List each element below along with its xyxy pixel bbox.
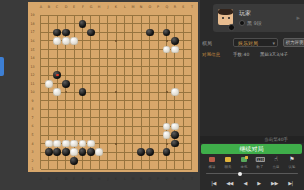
board-row-label: 1 (30, 168, 35, 171)
board-row-label: 3 (30, 150, 35, 153)
board-row-label: 18 (30, 22, 35, 25)
board-row-label: 8 (30, 108, 35, 111)
status-text: 当前第40手 (264, 137, 288, 142)
board-row-label: 4 (30, 142, 35, 145)
strength-eval-button[interactable]: 棋力评测 (283, 38, 304, 47)
game-type-dropdown[interactable]: 娱乐对局 ▾ (233, 38, 278, 47)
grid-line (149, 15, 150, 169)
board-col-label-bottom: K (114, 177, 119, 182)
stone-black-R5 (171, 131, 179, 139)
komi-info: 黑贴3又3/4子 (260, 52, 288, 57)
stone-black-O17 (146, 29, 154, 37)
board-row-label: 12 (30, 73, 35, 76)
board-col-label: C (55, 5, 60, 10)
board-col-label-bottom: F (80, 177, 85, 182)
stone-white-E16 (70, 37, 78, 45)
nav-forward[interactable]: ▶ (257, 180, 260, 186)
stone-black-O3 (146, 148, 154, 156)
slider-thumb[interactable] (238, 172, 242, 176)
board-col-label-bottom: R (173, 177, 178, 182)
toolbar-label: 棋谱 (209, 164, 216, 168)
player-detail: 黑 9段 (239, 20, 262, 26)
board-row-label: 16 (30, 39, 35, 42)
board-col-label-bottom: E (72, 177, 77, 182)
resign-icon: ⚑ (289, 156, 294, 163)
board-row-label: 15 (30, 48, 35, 51)
info-row: 对局信息 手数:40 黑贴3又3/4子 (200, 52, 304, 60)
slider-track (206, 173, 298, 174)
star-point (166, 143, 168, 145)
toolbar: 棋谱聊天变化123数子☝点目⚑认输 (200, 156, 304, 170)
nav-forward-fast[interactable]: ▶▶ (271, 180, 278, 186)
toolbar-label: 点目 (273, 164, 280, 168)
board-col-label: D (63, 5, 68, 10)
board-col-label-bottom: H (97, 177, 102, 182)
go-board[interactable]: ABCDEFGHJKLMNOPQRST 19181716151413121110… (28, 2, 198, 172)
stone-black-C17 (53, 29, 61, 37)
stone-black-Q3 (163, 148, 171, 156)
dropdown-value: 娱乐对局 (238, 40, 258, 46)
stone-black-D17 (62, 29, 70, 37)
board-row-label: 13 (30, 65, 35, 68)
stone-white-D16 (62, 37, 70, 45)
board-col-label-bottom: J (105, 177, 110, 182)
board-col-label-bottom: C (55, 177, 60, 182)
board-col-label-bottom: G (89, 177, 94, 182)
grid-line (41, 160, 192, 161)
board-col-label-bottom: O (147, 177, 152, 182)
count-icon: 123 (254, 156, 267, 163)
board-row-label: 6 (30, 125, 35, 128)
board-col-label: A (38, 5, 43, 10)
page-accent-bar[interactable] (0, 57, 4, 76)
board-col-label-bottom: N (139, 177, 144, 182)
settings-label: 棋局 (202, 40, 212, 46)
board-col-label-bottom: M (131, 177, 136, 182)
continue-game-button[interactable]: 继续对局 (201, 144, 302, 154)
player-rank: 黑 9段 (247, 20, 262, 26)
kifu-nav: |◀◀◀◀▶▶▶▶| (200, 178, 304, 188)
board-col-label: S (181, 5, 186, 10)
board-col-label-bottom: T (189, 177, 194, 182)
grid-line (41, 169, 192, 170)
board-col-label: E (72, 5, 77, 10)
stone-white-G4 (87, 140, 95, 148)
black-stone-badge-icon (228, 24, 235, 31)
board-row-label: 17 (30, 31, 35, 34)
stone-white-Q5 (163, 131, 171, 139)
toolbar-label: 聊天 (225, 164, 232, 168)
board-row-label: 10 (30, 91, 35, 94)
board-row-label: 2 (30, 159, 35, 162)
toolbar-label: 变化 (241, 164, 248, 168)
stone-black-F3 (79, 148, 87, 156)
stone-black-B3 (45, 148, 53, 156)
board-col-label-bottom: L (122, 177, 127, 182)
stone-black-G17 (87, 29, 95, 37)
toolbar-item-resign[interactable]: ⚑认输 (285, 156, 299, 169)
board-col-label: T (189, 5, 194, 10)
stone-white-E3 (70, 148, 78, 156)
board-col-label: B (47, 5, 52, 10)
move-count: 手数:40 (233, 52, 249, 57)
board-col-label: G (89, 5, 94, 10)
chevron-right-icon: ▸ (296, 14, 300, 22)
grid-line (124, 15, 125, 169)
player-card[interactable]: 玩家 黑 9段 ▸ (213, 4, 304, 32)
board-row-label: 19 (30, 14, 35, 17)
stone-white-F4 (79, 140, 87, 148)
player-name: 玩家 (239, 9, 251, 18)
stone-black-F18 (79, 20, 87, 28)
board-col-label: Q (164, 5, 169, 10)
board-col-label-bottom: Q (164, 177, 169, 182)
star-point (65, 91, 67, 93)
board-row-label: 11 (30, 82, 35, 85)
board-row-label: 14 (30, 56, 35, 59)
board-col-label-bottom: B (47, 177, 52, 182)
star-point (115, 91, 117, 93)
toolbar-label: 认输 (289, 164, 296, 168)
board-col-label-bottom: P (156, 177, 161, 182)
stone-black-Q17 (163, 29, 171, 37)
stone-white-B4 (45, 140, 53, 148)
grid-line (132, 15, 133, 169)
board-row-label: 5 (30, 133, 35, 136)
board-col-label-bottom: S (181, 177, 186, 182)
board-col-label-bottom: A (38, 177, 43, 182)
grid-line (41, 117, 192, 118)
status-strip: 当前第40手 (200, 136, 304, 143)
toolbar-label: 数子 (257, 164, 264, 168)
stone-black-N3 (137, 148, 145, 156)
stone-white-D4 (62, 140, 70, 148)
nav-back[interactable]: ◀ (243, 180, 246, 186)
star-point (115, 143, 117, 145)
grid-line (183, 15, 184, 169)
kifu-icon (209, 156, 215, 163)
toolbar-item-chat[interactable]: 聊天 (221, 156, 235, 169)
board-col-label: K (114, 5, 119, 10)
nav-back-fast[interactable]: ◀◀ (226, 180, 233, 186)
board-col-label: H (97, 5, 102, 10)
board-row-label: 7 (30, 116, 35, 119)
black-stone-icon (239, 20, 245, 26)
move-slider[interactable] (206, 172, 298, 176)
stone-white-H3 (95, 148, 103, 156)
board-col-label: R (173, 5, 178, 10)
stone-black-C12 (53, 71, 61, 79)
grid-line (158, 15, 159, 169)
board-col-label: J (105, 5, 110, 10)
toolbar-item-count[interactable]: 123数子 (253, 156, 267, 169)
nav-first[interactable]: |◀ (211, 180, 216, 186)
variation-icon (241, 156, 247, 163)
board-col-label: F (80, 5, 85, 10)
settings-row: 棋局 娱乐对局 ▾ 棋力评测 (200, 38, 304, 48)
grid-line (191, 15, 192, 169)
board-col-label: P (156, 5, 161, 10)
star-point (115, 40, 117, 42)
board-col-label: L (122, 5, 127, 10)
stone-white-C16 (53, 37, 61, 45)
stone-white-C4 (53, 140, 61, 148)
stone-black-D3 (62, 148, 70, 156)
toolbar-item-variation[interactable]: 变化 (237, 156, 251, 169)
board-col-label-bottom: D (63, 177, 68, 182)
stone-black-R16 (171, 37, 179, 45)
stone-white-R6 (171, 123, 179, 131)
stone-black-G3 (87, 148, 95, 156)
stone-black-F10 (79, 88, 87, 96)
caret-down-icon: ▾ (272, 39, 275, 48)
star-point (166, 40, 168, 42)
grid-line (41, 109, 192, 110)
chat-icon (225, 156, 231, 163)
board-col-label: N (139, 5, 144, 10)
player-avatar (218, 9, 233, 25)
stone-white-E4 (70, 140, 78, 148)
toolbar-item-kifu[interactable]: 棋谱 (205, 156, 219, 169)
stone-white-Q15 (163, 46, 171, 54)
nav-last[interactable]: ▶| (288, 180, 293, 186)
toolbar-item-estimate[interactable]: ☝点目 (269, 156, 283, 169)
stone-black-R4 (171, 140, 179, 148)
stone-white-R15 (171, 46, 179, 54)
stone-black-E2 (70, 157, 78, 165)
stone-white-R10 (171, 88, 179, 96)
stone-white-Q6 (163, 123, 171, 131)
grid-line (41, 100, 192, 101)
stone-black-D11 (62, 80, 70, 88)
star-point (166, 91, 168, 93)
estimate-icon: ☝ (274, 156, 278, 163)
board-col-label: M (131, 5, 136, 10)
board-row-label: 9 (30, 99, 35, 102)
stone-white-B11 (45, 80, 53, 88)
stone-black-C3 (53, 148, 61, 156)
side-panel: 玩家 黑 9段 ▸ 棋局 娱乐对局 ▾ 棋力评测 对局信息 手数:40 黑贴3又… (200, 0, 304, 190)
app-screen: ABCDEFGHJKLMNOPQRST 19181716151413121110… (0, 0, 304, 190)
grid-line (141, 15, 142, 169)
info-label: 对局信息 (202, 52, 220, 57)
board-col-label: O (147, 5, 152, 10)
stone-white-C10 (53, 88, 61, 96)
